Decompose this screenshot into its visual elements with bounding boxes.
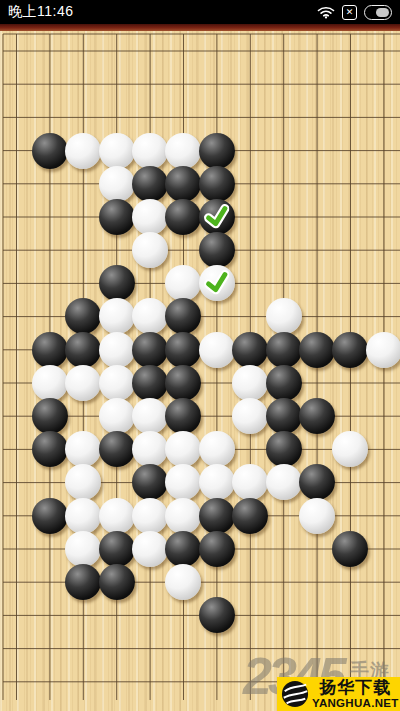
board-cell[interactable] (300, 565, 333, 598)
board-cell[interactable] (267, 68, 300, 101)
board-cell[interactable] (100, 599, 133, 632)
board-cell[interactable] (367, 68, 400, 101)
board-cell[interactable] (334, 466, 367, 499)
board-cell[interactable] (300, 532, 333, 565)
board-cell[interactable] (234, 399, 267, 432)
board-cell[interactable] (100, 68, 133, 101)
board-cell[interactable] (133, 665, 166, 698)
black-stone (65, 564, 101, 600)
board-cell[interactable] (167, 101, 200, 134)
black-stone (232, 498, 268, 534)
board-cell[interactable] (334, 101, 367, 134)
board-cell[interactable] (267, 267, 300, 300)
board-cell[interactable] (133, 234, 166, 267)
board-cell[interactable] (367, 499, 400, 532)
black-stone (165, 332, 201, 368)
black-stone (199, 531, 235, 567)
board-cell[interactable] (367, 433, 400, 466)
board-cell[interactable] (267, 234, 300, 267)
board-cell[interactable] (0, 433, 33, 466)
black-stone (65, 298, 101, 334)
board-cell[interactable] (300, 134, 333, 167)
black-stone (32, 332, 68, 368)
board-cell[interactable] (67, 300, 100, 333)
board-cell[interactable] (67, 399, 100, 432)
white-stone (266, 298, 302, 334)
board-cell[interactable] (100, 134, 133, 167)
board-cell[interactable] (200, 632, 233, 665)
board-cell[interactable] (133, 333, 166, 366)
board-cell[interactable] (334, 399, 367, 432)
banner-url: YANGHUA.NET (312, 697, 399, 709)
board-cell[interactable] (167, 200, 200, 233)
board-cell[interactable] (33, 665, 66, 698)
board-cell[interactable] (200, 599, 233, 632)
board-cell[interactable] (267, 300, 300, 333)
black-stone (199, 199, 235, 235)
board-cell[interactable] (267, 333, 300, 366)
board-cell[interactable] (67, 167, 100, 200)
board-cell[interactable] (33, 399, 66, 432)
board-cell[interactable] (300, 300, 333, 333)
board-cell[interactable] (334, 599, 367, 632)
board-cell[interactable] (267, 101, 300, 134)
board-cell[interactable] (0, 234, 33, 267)
board-cell[interactable] (234, 167, 267, 200)
board-cell[interactable] (234, 565, 267, 598)
board-cell[interactable] (100, 433, 133, 466)
board-cell[interactable] (133, 433, 166, 466)
board-cell[interactable] (234, 499, 267, 532)
white-stone (132, 431, 168, 467)
white-stone (99, 166, 135, 202)
board-cell[interactable] (300, 101, 333, 134)
board-cell[interactable] (0, 399, 33, 432)
board-cell[interactable] (100, 665, 133, 698)
board-cell[interactable] (0, 333, 33, 366)
board-cell[interactable] (200, 333, 233, 366)
board-cell[interactable] (367, 101, 400, 134)
board-cell[interactable] (300, 267, 333, 300)
white-stone (165, 498, 201, 534)
board-cell[interactable] (334, 34, 367, 67)
board-cell[interactable] (0, 665, 33, 698)
board-cell[interactable] (0, 68, 33, 101)
board-cell[interactable] (100, 167, 133, 200)
board-cell[interactable] (200, 300, 233, 333)
board-cell[interactable] (300, 499, 333, 532)
black-stone (266, 365, 302, 401)
board-cell[interactable] (200, 499, 233, 532)
board-cell[interactable] (234, 234, 267, 267)
board-cell[interactable] (0, 599, 33, 632)
board-cell[interactable] (367, 599, 400, 632)
board-cell[interactable] (0, 532, 33, 565)
board-cell[interactable] (100, 466, 133, 499)
black-stone (32, 133, 68, 169)
board-top-edge (0, 24, 400, 31)
board-cell[interactable] (334, 366, 367, 399)
board-cell[interactable] (133, 34, 166, 67)
no-sim-icon: ✕ (342, 5, 357, 20)
board-cell[interactable] (67, 665, 100, 698)
board-cell[interactable] (334, 200, 367, 233)
black-stone (165, 365, 201, 401)
board-cell[interactable] (100, 267, 133, 300)
board-cell[interactable] (33, 167, 66, 200)
board-cell[interactable] (133, 565, 166, 598)
board-cell[interactable] (234, 101, 267, 134)
board-cell[interactable] (167, 565, 200, 598)
board-cell[interactable] (33, 466, 66, 499)
board-cell[interactable] (33, 599, 66, 632)
board-cell[interactable] (100, 34, 133, 67)
black-stone (266, 398, 302, 434)
black-stone (132, 166, 168, 202)
board-cell[interactable] (0, 632, 33, 665)
black-stone (32, 498, 68, 534)
board-cell[interactable] (100, 399, 133, 432)
board-cell[interactable] (100, 300, 133, 333)
board-cell[interactable] (33, 200, 66, 233)
board-cell[interactable] (133, 366, 166, 399)
board-cell[interactable] (334, 68, 367, 101)
black-stone (165, 398, 201, 434)
board-cell[interactable] (33, 68, 66, 101)
board-cell[interactable] (234, 366, 267, 399)
white-stone (199, 265, 235, 301)
board-cell[interactable] (167, 234, 200, 267)
board-cell[interactable] (200, 234, 233, 267)
black-stone (199, 597, 235, 633)
black-stone (232, 332, 268, 368)
white-stone (165, 265, 201, 301)
board-cell[interactable] (100, 532, 133, 565)
board-cell[interactable] (267, 565, 300, 598)
board-cell[interactable] (234, 300, 267, 333)
white-stone (132, 199, 168, 235)
board-cell[interactable] (67, 599, 100, 632)
board-cell[interactable] (100, 234, 133, 267)
board-cell[interactable] (300, 433, 333, 466)
board-cell[interactable] (100, 499, 133, 532)
board-cell[interactable] (167, 599, 200, 632)
board-cell[interactable] (234, 433, 267, 466)
board-cell[interactable] (133, 499, 166, 532)
board-cell[interactable] (133, 599, 166, 632)
board-cell[interactable] (367, 234, 400, 267)
black-stone (65, 332, 101, 368)
board-cell[interactable] (0, 300, 33, 333)
board-cell[interactable] (100, 200, 133, 233)
board-cell[interactable] (300, 200, 333, 233)
board-cell[interactable] (0, 499, 33, 532)
board-cell[interactable] (133, 134, 166, 167)
black-stone (32, 398, 68, 434)
white-stone (65, 431, 101, 467)
board-cell[interactable] (133, 399, 166, 432)
board-cell[interactable] (67, 134, 100, 167)
white-stone (32, 365, 68, 401)
board-cell[interactable] (67, 101, 100, 134)
board-cell[interactable] (0, 366, 33, 399)
board-cell[interactable] (200, 532, 233, 565)
board-cell[interactable] (267, 433, 300, 466)
board-cell[interactable] (200, 68, 233, 101)
board-cell[interactable] (33, 34, 66, 67)
board-cell[interactable] (167, 300, 200, 333)
board-cell[interactable] (334, 565, 367, 598)
board-cell[interactable] (367, 366, 400, 399)
board-cell[interactable] (67, 532, 100, 565)
board-cell[interactable] (167, 267, 200, 300)
board-cell[interactable] (33, 532, 66, 565)
board-cell[interactable] (367, 565, 400, 598)
board-cell[interactable] (133, 200, 166, 233)
board-cell[interactable] (300, 68, 333, 101)
board-cell[interactable] (67, 68, 100, 101)
board-cell[interactable] (33, 632, 66, 665)
black-stone (165, 531, 201, 567)
board-cell[interactable] (200, 665, 233, 698)
download-banner[interactable]: 扬华下载 YANGHUA.NET (277, 677, 400, 711)
board-cell[interactable] (33, 333, 66, 366)
board-cell[interactable] (200, 200, 233, 233)
board-cell[interactable] (167, 466, 200, 499)
board-cell[interactable] (267, 466, 300, 499)
white-stone (132, 133, 168, 169)
board-cell[interactable] (300, 466, 333, 499)
board-cell[interactable] (133, 267, 166, 300)
board-cell[interactable] (367, 466, 400, 499)
board-cell[interactable] (234, 333, 267, 366)
board-cell[interactable] (0, 167, 33, 200)
white-stone (165, 431, 201, 467)
board-cell[interactable] (234, 68, 267, 101)
board-cell[interactable] (33, 366, 66, 399)
white-stone (99, 365, 135, 401)
board-cell[interactable] (167, 433, 200, 466)
board-cell[interactable] (100, 101, 133, 134)
board-cell[interactable] (367, 300, 400, 333)
board-cell[interactable] (200, 565, 233, 598)
white-stone (232, 365, 268, 401)
board-cell[interactable] (300, 234, 333, 267)
board-cell[interactable] (167, 532, 200, 565)
black-stone (99, 431, 135, 467)
board-cell[interactable] (367, 267, 400, 300)
status-icons: ✕ (317, 5, 400, 20)
board-cell[interactable] (67, 333, 100, 366)
board-cell[interactable] (334, 167, 367, 200)
white-stone (299, 498, 335, 534)
board-cell[interactable] (334, 267, 367, 300)
board-cell[interactable] (133, 632, 166, 665)
board-cell[interactable] (133, 68, 166, 101)
board-cell[interactable] (334, 134, 367, 167)
board-cell[interactable] (0, 565, 33, 598)
white-stone (132, 498, 168, 534)
board-cell[interactable] (300, 333, 333, 366)
board-cell[interactable] (267, 34, 300, 67)
black-stone (299, 398, 335, 434)
board-cell[interactable] (267, 499, 300, 532)
black-stone (199, 498, 235, 534)
board-cell[interactable] (334, 499, 367, 532)
board-cell[interactable] (334, 300, 367, 333)
board-cell[interactable] (200, 466, 233, 499)
board-cell[interactable] (167, 632, 200, 665)
board-cell[interactable] (167, 167, 200, 200)
board-cell[interactable] (367, 134, 400, 167)
checkmark-icon (203, 268, 232, 297)
black-stone (299, 464, 335, 500)
board-cell[interactable] (300, 399, 333, 432)
board-cell[interactable] (267, 532, 300, 565)
board-cell[interactable] (167, 34, 200, 67)
board-cell[interactable] (367, 200, 400, 233)
board-cell[interactable] (300, 366, 333, 399)
board-cell[interactable] (67, 565, 100, 598)
board-cell[interactable] (267, 599, 300, 632)
board-cell[interactable] (67, 267, 100, 300)
board-cell[interactable] (267, 366, 300, 399)
white-stone (99, 133, 135, 169)
board-cell[interactable] (334, 333, 367, 366)
board-cell[interactable] (33, 565, 66, 598)
board-cell[interactable] (367, 399, 400, 432)
board-cell[interactable] (367, 167, 400, 200)
board-cell[interactable] (300, 167, 333, 200)
white-stone (332, 431, 368, 467)
white-stone (99, 498, 135, 534)
board-cell[interactable] (367, 333, 400, 366)
board-cell[interactable] (0, 34, 33, 67)
board-cell[interactable] (234, 599, 267, 632)
board-cell[interactable] (200, 134, 233, 167)
board-cell[interactable] (67, 366, 100, 399)
black-stone (332, 531, 368, 567)
white-stone (99, 332, 135, 368)
white-stone (232, 398, 268, 434)
board-cell[interactable] (300, 34, 333, 67)
board-cell[interactable] (0, 466, 33, 499)
board-cell[interactable] (167, 399, 200, 432)
board-cell[interactable] (33, 234, 66, 267)
board-cell[interactable] (334, 234, 367, 267)
board-cell[interactable] (133, 300, 166, 333)
board-cell[interactable] (33, 101, 66, 134)
black-stone (132, 332, 168, 368)
board-cell[interactable] (200, 399, 233, 432)
board-cell[interactable] (200, 101, 233, 134)
board-cell[interactable] (334, 532, 367, 565)
board-cell[interactable] (167, 68, 200, 101)
board-cell[interactable] (367, 34, 400, 67)
white-stone (99, 398, 135, 434)
board-cell[interactable] (0, 267, 33, 300)
board-cell[interactable] (200, 34, 233, 67)
black-stone (165, 166, 201, 202)
board-cell[interactable] (133, 532, 166, 565)
board-cell[interactable] (33, 433, 66, 466)
board-cell[interactable] (33, 300, 66, 333)
board-cell[interactable] (267, 167, 300, 200)
board-cell[interactable] (200, 433, 233, 466)
board-cell[interactable] (0, 200, 33, 233)
white-stone (132, 398, 168, 434)
white-stone (165, 133, 201, 169)
board-cell[interactable] (167, 366, 200, 399)
board-cell[interactable] (234, 532, 267, 565)
board-cell[interactable] (267, 134, 300, 167)
board-cell[interactable] (67, 200, 100, 233)
board-cell[interactable] (0, 101, 33, 134)
board-cell[interactable] (33, 499, 66, 532)
white-stone (99, 298, 135, 334)
board-cell[interactable] (334, 433, 367, 466)
board-cell[interactable] (100, 632, 133, 665)
white-stone (132, 232, 168, 268)
board-cell[interactable] (200, 167, 233, 200)
white-stone (366, 332, 400, 368)
board-cell[interactable] (267, 399, 300, 432)
board-cell[interactable] (234, 200, 267, 233)
black-stone (99, 531, 135, 567)
board-cell[interactable] (234, 134, 267, 167)
banner-title: 扬华下载 (319, 679, 391, 697)
board-cell[interactable] (100, 366, 133, 399)
board-cell[interactable] (267, 200, 300, 233)
white-stone (65, 365, 101, 401)
board-cell[interactable] (133, 466, 166, 499)
board-cell[interactable] (300, 599, 333, 632)
board-cell[interactable] (200, 267, 233, 300)
white-stone (65, 464, 101, 500)
black-stone (332, 332, 368, 368)
black-stone (132, 464, 168, 500)
board-cell[interactable] (33, 267, 66, 300)
black-stone (299, 332, 335, 368)
board-cell[interactable] (67, 466, 100, 499)
board-cell[interactable] (234, 34, 267, 67)
board-cell[interactable] (0, 134, 33, 167)
black-stone (99, 564, 135, 600)
board-cell[interactable] (67, 632, 100, 665)
board-cell[interactable] (67, 34, 100, 67)
board-cell[interactable] (100, 565, 133, 598)
board-cell[interactable] (167, 499, 200, 532)
board-cell[interactable] (234, 466, 267, 499)
board-cell[interactable] (67, 234, 100, 267)
board-cell[interactable] (167, 665, 200, 698)
board-cell[interactable] (234, 267, 267, 300)
board-cell[interactable] (167, 134, 200, 167)
board-cell[interactable] (133, 101, 166, 134)
white-stone (165, 464, 201, 500)
board-cell[interactable] (67, 499, 100, 532)
white-stone (266, 464, 302, 500)
black-stone (199, 232, 235, 268)
board-cell[interactable] (100, 333, 133, 366)
board-cell[interactable] (167, 333, 200, 366)
board-cell[interactable] (67, 433, 100, 466)
black-stone (99, 199, 135, 235)
board-cell[interactable] (33, 134, 66, 167)
board-cell[interactable] (133, 167, 166, 200)
board-cell[interactable] (367, 532, 400, 565)
board-cell[interactable] (200, 366, 233, 399)
